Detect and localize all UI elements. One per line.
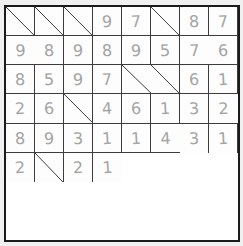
cell-r5c0-block [64, 94, 93, 123]
cell-r6c7-entry[interactable]: 4 [151, 124, 180, 153]
cell-r1c7-entry[interactable]: 9 [6, 36, 35, 65]
entry-value: 2 [64, 153, 93, 182]
cell-r1c3-block [151, 7, 180, 36]
entry-value: 9 [6, 36, 35, 65]
cell-r3c1-entry[interactable]: 6 [209, 36, 238, 65]
cell-r4c0-block [151, 65, 180, 94]
cell-r3c5-entry[interactable]: 7 [93, 65, 122, 94]
entry-value: 1 [209, 124, 238, 153]
entry-value: 2 [6, 153, 35, 182]
cell-r5c4-entry[interactable]: 6 [122, 94, 151, 123]
diagonal-line [151, 7, 179, 35]
entry-value: 8 [180, 7, 209, 36]
cell-r7c1-entry[interactable]: 3 [180, 124, 209, 153]
entry-value: 3 [180, 94, 209, 123]
cell-r5c6-entry[interactable]: 3 [180, 94, 209, 123]
entry-value: 6 [122, 94, 151, 123]
entry-value: 7 [122, 7, 151, 36]
cell-r3c2-entry[interactable]: 8 [6, 65, 35, 94]
entry-value: 1 [209, 65, 238, 94]
entry-value: 4 [151, 124, 180, 153]
cell-r7c4-block [35, 153, 64, 182]
cell-r0c0-block [6, 7, 35, 36]
entry-value: 1 [122, 124, 151, 153]
cell-r4c6-entry[interactable]: 6 [35, 94, 64, 123]
cell-r6c2-entry[interactable]: 9 [35, 124, 64, 153]
entry-value: 7 [93, 65, 122, 94]
cell-r2c7-entry[interactable]: 7 [180, 36, 209, 65]
entry-value: 2 [6, 94, 35, 123]
cell-r5c7-entry[interactable]: 2 [209, 94, 238, 123]
cell-r6c4-entry[interactable]: 1 [93, 124, 122, 153]
cell-r4c3-entry[interactable]: 1 [209, 65, 238, 94]
cell-r0c3-block [35, 7, 64, 36]
cell-r1c1-entry[interactable]: 9 [93, 7, 122, 36]
kakuro-board: 2330271216169724178791789291589573568597… [4, 5, 240, 242]
entry-value: 2 [209, 94, 238, 123]
cell-r0c4-block [64, 7, 93, 36]
entry-value: 7 [180, 36, 209, 65]
entry-value: 8 [6, 124, 35, 153]
diagonal-line [6, 7, 34, 35]
entry-value: 5 [151, 36, 180, 65]
cell-r6c6-entry[interactable]: 1 [122, 124, 151, 153]
entry-value: 1 [93, 153, 122, 182]
diagonal-line [35, 153, 63, 182]
cell-r3c7-block [122, 65, 151, 94]
entry-value: 8 [35, 36, 64, 65]
entry-value: 1 [151, 94, 180, 123]
entry-value: 7 [209, 7, 238, 36]
diagonal-line [35, 7, 63, 35]
entry-value: 6 [180, 65, 209, 94]
entry-value: 8 [6, 65, 35, 94]
cell-r7c2-entry[interactable]: 1 [209, 124, 238, 153]
entry-value: 1 [93, 124, 122, 153]
cell-r2c5-entry[interactable]: 9 [122, 36, 151, 65]
entry-value: 8 [93, 36, 122, 65]
cell-r4c5-entry[interactable]: 2 [6, 94, 35, 123]
cell-r7c6-entry[interactable]: 2 [64, 153, 93, 182]
cell-r2c4-entry[interactable]: 8 [93, 36, 122, 65]
cell-r5c5-entry[interactable]: 1 [151, 94, 180, 123]
cell-r4c2-entry[interactable]: 6 [180, 65, 209, 94]
diagonal-line [64, 94, 92, 122]
cell-r7c3-entry[interactable]: 2 [6, 153, 35, 182]
entry-value: 3 [64, 124, 93, 153]
entry-value: 9 [122, 36, 151, 65]
entry-value: 9 [93, 7, 122, 36]
entry-value: 6 [35, 94, 64, 123]
cell-r6c5-clue: 5 [6, 7, 7, 8]
cell-r2c1-entry[interactable]: 8 [35, 36, 64, 65]
cell-r1c6-entry[interactable]: 7 [209, 7, 238, 36]
cell-r6c1-entry[interactable]: 8 [6, 124, 35, 153]
entry-value: 3 [180, 124, 209, 153]
entry-value: 5 [35, 65, 64, 94]
diagonal-line [122, 65, 151, 93]
cell-r2c6-entry[interactable]: 5 [151, 36, 180, 65]
cell-r1c2-entry[interactable]: 7 [122, 7, 151, 36]
entry-value: 4 [93, 94, 122, 123]
cell-r6c3-entry[interactable]: 3 [64, 124, 93, 153]
cell-r5c3-entry[interactable]: 4 [93, 94, 122, 123]
cell-r3c4-entry[interactable]: 9 [64, 65, 93, 94]
cell-r1c5-entry[interactable]: 8 [180, 7, 209, 36]
diagonal-line [151, 65, 179, 93]
entry-value: 9 [35, 124, 64, 153]
entry-value: 6 [209, 36, 238, 65]
entry-value: 9 [64, 36, 93, 65]
cell-r3c3-entry[interactable]: 5 [35, 65, 64, 94]
cell-r7c7-entry[interactable]: 1 [93, 153, 122, 182]
cell-r2c2-entry[interactable]: 9 [64, 36, 93, 65]
diagonal-line [64, 7, 92, 35]
entry-value: 9 [64, 65, 93, 94]
